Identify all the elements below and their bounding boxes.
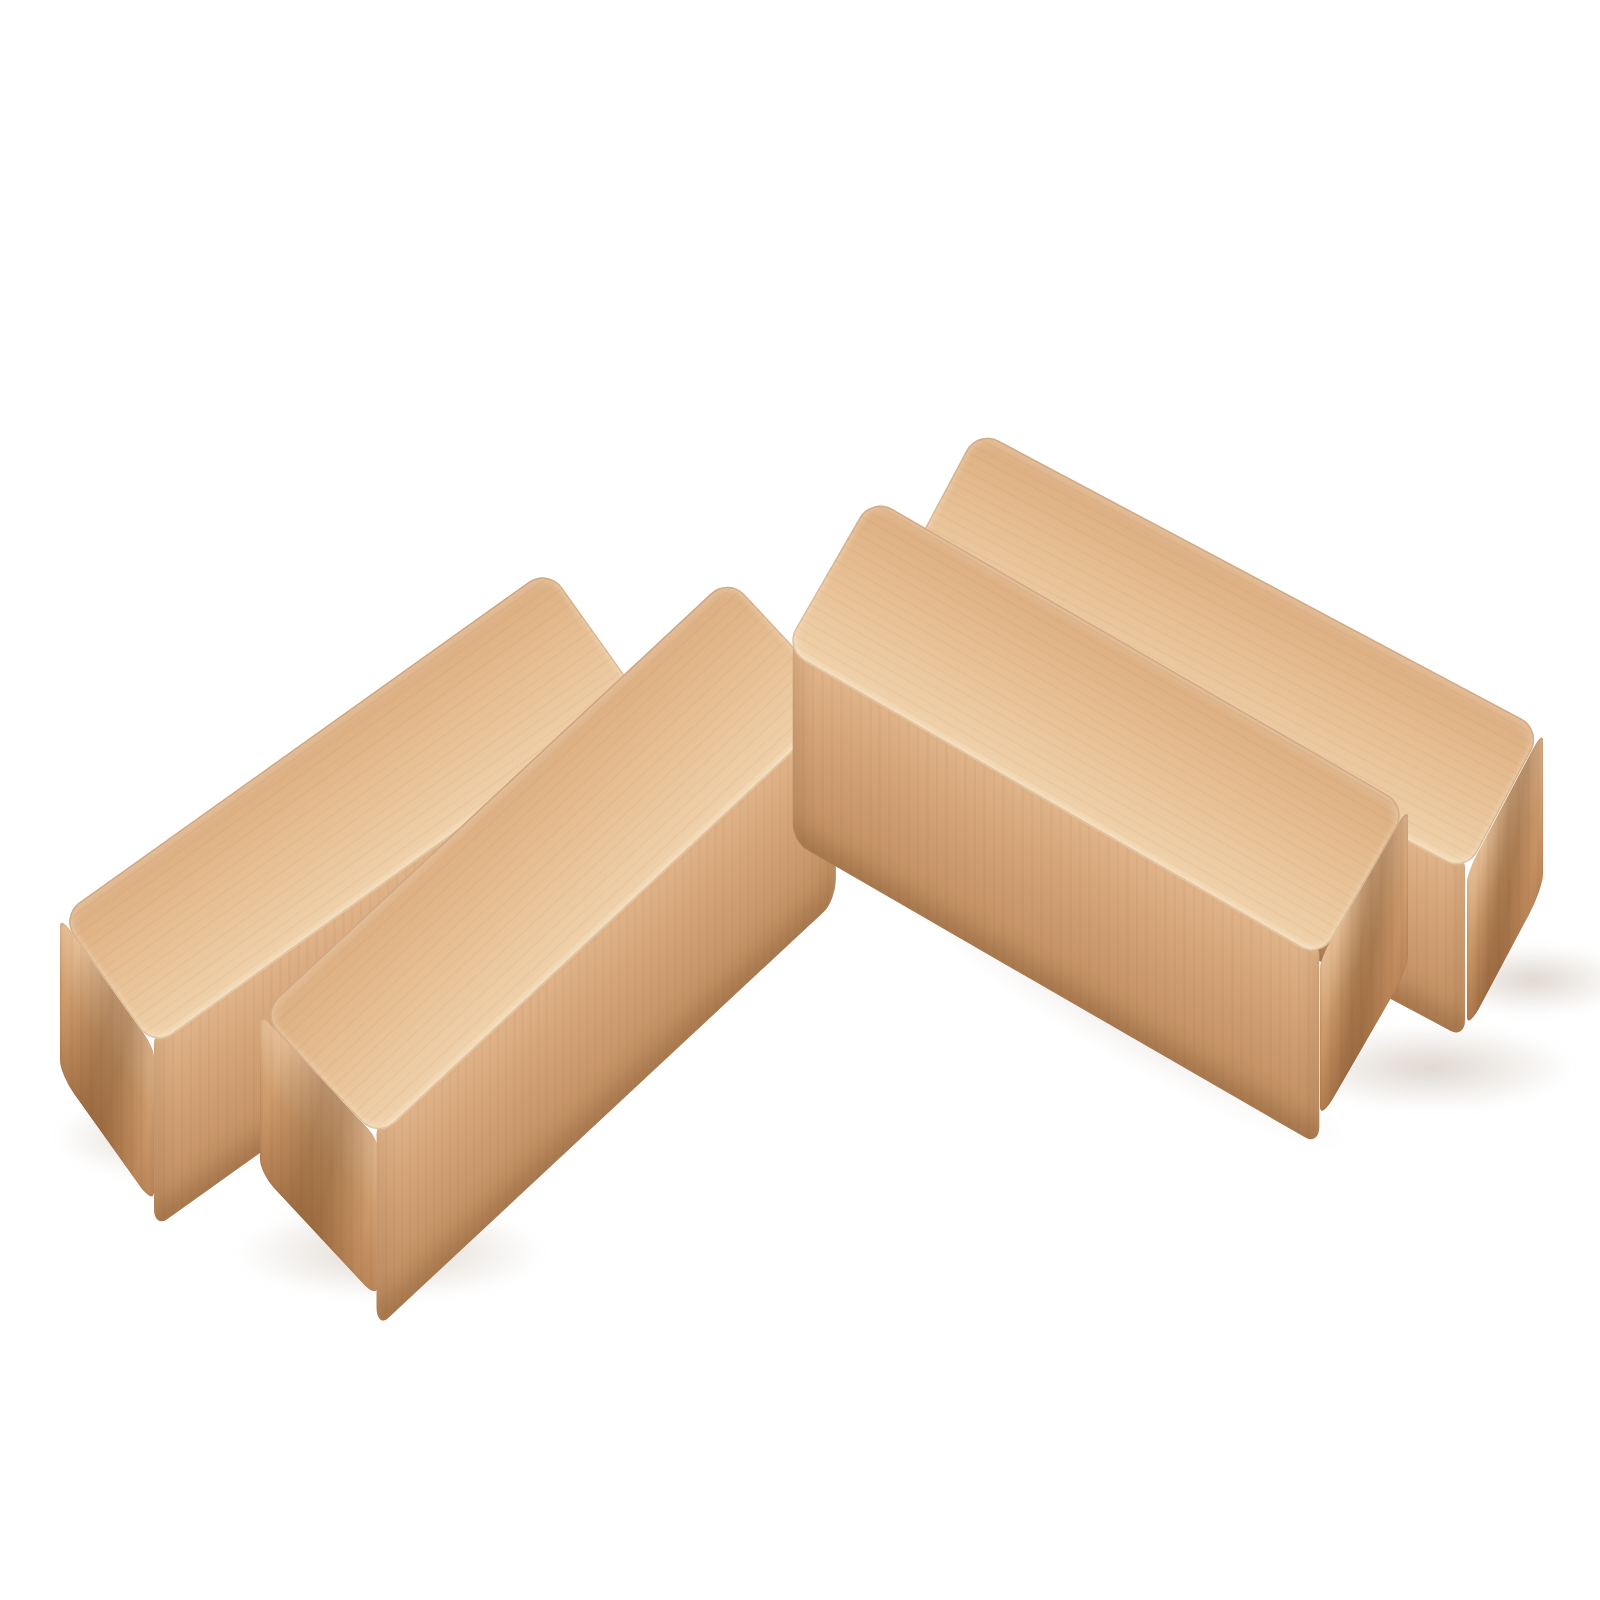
scene bbox=[0, 0, 1600, 1600]
